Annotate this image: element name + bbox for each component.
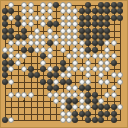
black-stone: [2, 66, 8, 72]
white-stone: [8, 79, 14, 85]
white-stone: [53, 34, 59, 40]
white-stone: [60, 8, 66, 14]
black-stone: [28, 72, 34, 78]
black-stone: [117, 8, 123, 14]
black-stone: [53, 21, 59, 27]
white-stone: [72, 28, 78, 34]
white-stone: [85, 72, 91, 78]
black-stone: [2, 79, 8, 85]
black-stone: [111, 117, 117, 123]
black-stone: [85, 47, 91, 53]
black-stone: [66, 98, 72, 104]
black-stone: [85, 2, 91, 8]
white-stone: [8, 66, 14, 72]
white-stone: [15, 60, 21, 66]
black-stone: [21, 34, 27, 40]
white-stone: [66, 2, 72, 8]
white-stone: [47, 47, 53, 53]
white-stone: [47, 53, 53, 59]
white-stone: [40, 47, 46, 53]
black-stone: [79, 21, 85, 27]
white-stone: [60, 40, 66, 46]
white-stone: [34, 15, 40, 21]
white-stone: [40, 2, 46, 8]
black-stone: [72, 117, 78, 123]
white-stone: [53, 40, 59, 46]
black-stone: [111, 2, 117, 8]
grid-line-horizontal: [5, 88, 121, 89]
white-stone: [85, 79, 91, 85]
white-stone: [21, 40, 27, 46]
white-stone: [60, 111, 66, 117]
black-stone: [53, 85, 59, 91]
white-stone: [66, 21, 72, 27]
black-stone: [53, 66, 59, 72]
black-stone: [92, 92, 98, 98]
white-stone: [8, 117, 14, 123]
white-stone: [85, 60, 91, 66]
black-stone: [111, 60, 117, 66]
white-stone: [66, 15, 72, 21]
black-stone: [111, 111, 117, 117]
white-stone: [111, 85, 117, 91]
black-stone: [8, 34, 14, 40]
white-stone: [8, 15, 14, 21]
white-stone: [66, 72, 72, 78]
black-stone: [92, 98, 98, 104]
white-stone: [104, 47, 110, 53]
white-stone: [40, 60, 46, 66]
black-stone: [47, 79, 53, 85]
black-stone: [85, 111, 91, 117]
white-stone: [28, 92, 34, 98]
white-stone: [53, 98, 59, 104]
black-stone: [72, 111, 78, 117]
black-stone: [40, 53, 46, 59]
white-stone: [104, 79, 110, 85]
white-stone: [66, 53, 72, 59]
black-stone: [117, 2, 123, 8]
white-stone: [28, 21, 34, 27]
white-stone: [40, 34, 46, 40]
white-stone: [47, 34, 53, 40]
black-stone: [92, 34, 98, 40]
black-stone: [8, 60, 14, 66]
white-stone: [98, 79, 104, 85]
white-stone: [60, 104, 66, 110]
white-stone: [8, 92, 14, 98]
white-stone: [47, 66, 53, 72]
white-stone: [28, 40, 34, 46]
black-stone: [98, 15, 104, 21]
black-stone: [2, 15, 8, 21]
white-stone: [79, 53, 85, 59]
white-stone: [98, 98, 104, 104]
white-stone: [60, 28, 66, 34]
white-stone: [47, 92, 53, 98]
black-stone: [28, 47, 34, 53]
white-stone: [72, 15, 78, 21]
white-stone: [72, 66, 78, 72]
white-stone: [104, 92, 110, 98]
white-stone: [79, 47, 85, 53]
black-stone: [98, 2, 104, 8]
black-stone: [21, 28, 27, 34]
black-stone: [79, 28, 85, 34]
white-stone: [47, 2, 53, 8]
white-stone: [15, 92, 21, 98]
white-stone: [72, 60, 78, 66]
white-stone: [60, 117, 66, 123]
go-board[interactable]: [0, 0, 128, 128]
black-stone: [15, 15, 21, 21]
white-stone: [104, 53, 110, 59]
black-stone: [85, 40, 91, 46]
black-stone: [98, 117, 104, 123]
black-stone: [104, 104, 110, 110]
white-stone: [47, 15, 53, 21]
black-stone: [104, 21, 110, 27]
white-stone: [21, 8, 27, 14]
white-stone: [66, 92, 72, 98]
white-stone: [28, 15, 34, 21]
black-stone: [92, 21, 98, 27]
black-stone: [98, 21, 104, 27]
white-stone: [79, 98, 85, 104]
white-stone: [72, 47, 78, 53]
white-stone: [28, 8, 34, 14]
white-stone: [79, 104, 85, 110]
black-stone: [21, 47, 27, 53]
black-stone: [85, 98, 91, 104]
white-stone: [34, 28, 40, 34]
black-stone: [98, 28, 104, 34]
white-stone: [66, 34, 72, 40]
black-stone: [28, 66, 34, 72]
white-stone: [72, 104, 78, 110]
black-stone: [8, 28, 14, 34]
black-stone: [2, 72, 8, 78]
black-stone: [79, 8, 85, 14]
white-stone: [8, 2, 14, 8]
black-stone: [111, 15, 117, 21]
white-stone: [72, 34, 78, 40]
white-stone: [60, 47, 66, 53]
black-stone: [60, 66, 66, 72]
black-stone: [111, 104, 117, 110]
black-stone: [66, 79, 72, 85]
black-stone: [2, 28, 8, 34]
white-stone: [28, 2, 34, 8]
white-stone: [28, 34, 34, 40]
black-stone: [2, 8, 8, 14]
black-stone: [15, 21, 21, 27]
black-stone: [92, 104, 98, 110]
white-stone: [60, 98, 66, 104]
white-stone: [40, 15, 46, 21]
white-stone: [92, 66, 98, 72]
black-stone: [98, 111, 104, 117]
black-stone: [15, 34, 21, 40]
white-stone: [66, 85, 72, 91]
black-stone: [92, 117, 98, 123]
white-stone: [8, 53, 14, 59]
black-stone: [79, 34, 85, 40]
white-stone: [15, 53, 21, 59]
black-stone: [53, 2, 59, 8]
black-stone: [85, 15, 91, 21]
white-stone: [92, 53, 98, 59]
white-stone: [72, 21, 78, 27]
white-stone: [21, 21, 27, 27]
white-stone: [47, 28, 53, 34]
white-stone: [21, 92, 27, 98]
white-stone: [60, 92, 66, 98]
black-stone: [79, 85, 85, 91]
white-stone: [66, 117, 72, 123]
white-stone: [53, 79, 59, 85]
black-stone: [92, 15, 98, 21]
white-stone: [60, 21, 66, 27]
white-stone: [53, 92, 59, 98]
white-stone: [85, 53, 91, 59]
white-stone: [34, 40, 40, 46]
black-stone: [60, 60, 66, 66]
white-stone: [34, 47, 40, 53]
white-stone: [111, 92, 117, 98]
black-stone: [117, 15, 123, 21]
black-stone: [72, 98, 78, 104]
black-stone: [47, 21, 53, 27]
black-stone: [85, 34, 91, 40]
white-stone: [66, 8, 72, 14]
black-stone: [104, 2, 110, 8]
black-stone: [47, 40, 53, 46]
black-stone: [92, 8, 98, 14]
black-stone: [85, 21, 91, 27]
white-stone: [66, 40, 72, 46]
white-stone: [66, 66, 72, 72]
white-stone: [21, 66, 27, 72]
black-stone: [40, 66, 46, 72]
white-stone: [79, 66, 85, 72]
white-stone: [21, 53, 27, 59]
black-stone: [104, 34, 110, 40]
white-stone: [79, 40, 85, 46]
white-stone: [111, 72, 117, 78]
white-stone: [8, 47, 14, 53]
white-stone: [104, 40, 110, 46]
white-stone: [104, 60, 110, 66]
black-stone: [2, 34, 8, 40]
black-stone: [53, 72, 59, 78]
white-stone: [34, 34, 40, 40]
white-stone: [72, 85, 78, 91]
white-stone: [117, 79, 123, 85]
black-stone: [2, 53, 8, 59]
black-stone: [104, 8, 110, 14]
black-stone: [111, 8, 117, 14]
white-stone: [79, 79, 85, 85]
black-stone: [98, 40, 104, 46]
white-stone: [72, 92, 78, 98]
white-stone: [40, 40, 46, 46]
black-stone: [60, 79, 66, 85]
white-stone: [117, 104, 123, 110]
black-stone: [66, 104, 72, 110]
star-point: [23, 62, 25, 64]
black-stone: [8, 8, 14, 14]
black-stone: [104, 15, 110, 21]
black-stone: [104, 28, 110, 34]
black-stone: [85, 117, 91, 123]
white-stone: [8, 40, 14, 46]
white-stone: [85, 66, 91, 72]
white-stone: [111, 53, 117, 59]
white-stone: [72, 53, 78, 59]
black-stone: [98, 34, 104, 40]
white-stone: [85, 104, 91, 110]
white-stone: [66, 28, 72, 34]
white-stone: [98, 60, 104, 66]
black-stone: [85, 92, 91, 98]
white-stone: [21, 2, 27, 8]
black-stone: [47, 85, 53, 91]
white-stone: [117, 72, 123, 78]
white-stone: [40, 8, 46, 14]
black-stone: [2, 117, 8, 123]
white-stone: [98, 72, 104, 78]
white-stone: [104, 66, 110, 72]
white-stone: [60, 15, 66, 21]
white-stone: [111, 40, 117, 46]
black-stone: [98, 8, 104, 14]
white-stone: [79, 92, 85, 98]
white-stone: [66, 111, 72, 117]
black-stone: [98, 104, 104, 110]
white-stone: [72, 8, 78, 14]
white-stone: [15, 40, 21, 46]
white-stone: [72, 40, 78, 46]
white-stone: [60, 34, 66, 40]
white-stone: [40, 21, 46, 27]
black-stone: [85, 28, 91, 34]
black-stone: [40, 79, 46, 85]
black-stone: [47, 72, 53, 78]
white-stone: [60, 2, 66, 8]
black-stone: [92, 28, 98, 34]
black-stone: [79, 15, 85, 21]
white-stone: [60, 72, 66, 78]
black-stone: [85, 8, 91, 14]
black-stone: [85, 85, 91, 91]
white-stone: [98, 53, 104, 59]
black-stone: [2, 21, 8, 27]
black-stone: [92, 47, 98, 53]
white-stone: [98, 66, 104, 72]
black-stone: [92, 40, 98, 46]
black-stone: [104, 111, 110, 117]
black-stone: [34, 72, 40, 78]
white-stone: [21, 15, 27, 21]
white-stone: [47, 8, 53, 14]
white-stone: [2, 47, 8, 53]
black-stone: [79, 111, 85, 117]
black-stone: [2, 60, 8, 66]
